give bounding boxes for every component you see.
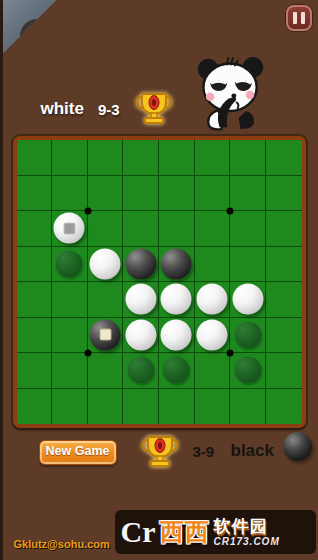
board-cell-a5[interactable]: [17, 282, 53, 318]
board-cell-c7[interactable]: [88, 353, 124, 389]
white-score-bar: white 9-3 0: [41, 90, 172, 128]
last-move-marker: [63, 222, 75, 234]
board-cell-h1[interactable]: [266, 140, 302, 176]
last-move-marker: [99, 329, 111, 341]
board-cell-f4[interactable]: [195, 247, 231, 283]
watermark-cr-logo: Cr: [121, 517, 156, 547]
board-cell-e7[interactable]: [159, 353, 195, 389]
board-cell-a6[interactable]: [17, 318, 53, 354]
watermark-ruanjianyuan-text: 软件园: [213, 518, 279, 535]
board-cell-d3[interactable]: [123, 211, 159, 247]
board-cell-d6[interactable]: [123, 318, 159, 354]
star-point: [84, 208, 91, 215]
board-cell-a2[interactable]: [17, 176, 53, 212]
board-cell-b1[interactable]: [52, 140, 88, 176]
board-cell-c1[interactable]: [88, 140, 124, 176]
board-cell-b4[interactable]: [52, 247, 88, 283]
pause-icon: [293, 12, 297, 24]
star-point: [227, 208, 234, 215]
board-cell-h6[interactable]: [266, 318, 302, 354]
board-cell-f5[interactable]: [195, 282, 231, 318]
board-cell-f2[interactable]: [195, 176, 231, 212]
board-cell-c3[interactable]: [88, 211, 124, 247]
star-point: [227, 350, 234, 357]
board-cell-e1[interactable]: [159, 140, 195, 176]
board-cell-h8[interactable]: [266, 389, 302, 425]
board-cell-a1[interactable]: [17, 140, 53, 176]
board-cell-g3[interactable]: [230, 211, 266, 247]
white-stone: [232, 284, 263, 315]
board-cell-d2[interactable]: [123, 176, 159, 212]
white-stone: [196, 284, 227, 315]
board-cell-e3[interactable]: [159, 211, 195, 247]
board-cell-f7[interactable]: [195, 353, 231, 389]
legal-move-hint[interactable]: [127, 357, 154, 384]
black-stone: [161, 248, 192, 279]
board-cell-d5[interactable]: [123, 282, 159, 318]
game-board: [13, 136, 306, 428]
board-cell-a3[interactable]: [17, 211, 53, 247]
white-stone: [196, 319, 227, 350]
board-cell-h3[interactable]: [266, 211, 302, 247]
board-cell-f8[interactable]: [195, 389, 231, 425]
author-credit: Gklutz@sohu.com: [14, 538, 110, 550]
board-cell-a7[interactable]: [17, 353, 53, 389]
star-point: [84, 350, 91, 357]
board-cell-b2[interactable]: [52, 176, 88, 212]
board-cell-c5[interactable]: [88, 282, 124, 318]
board-cell-a4[interactable]: [17, 247, 53, 283]
board-cell-f6[interactable]: [195, 318, 231, 354]
board-cell-c4[interactable]: [88, 247, 124, 283]
board-cell-e2[interactable]: [159, 176, 195, 212]
board-cell-g8[interactable]: [230, 389, 266, 425]
pause-icon: [301, 12, 305, 24]
board-cell-g6[interactable]: [230, 318, 266, 354]
legal-move-hint[interactable]: [234, 357, 261, 384]
board-cell-e8[interactable]: [159, 389, 195, 425]
board-cell-g5[interactable]: [230, 282, 266, 318]
site-watermark: Cr 西西 软件园 CR173.COM: [115, 510, 316, 554]
corner-ring-icon: [20, 19, 54, 53]
board-cell-b7[interactable]: [52, 353, 88, 389]
white-stone: [161, 284, 192, 315]
black-player-stone: [283, 432, 312, 461]
legal-move-hint[interactable]: [163, 357, 190, 384]
board-cell-d1[interactable]: [123, 140, 159, 176]
pause-button[interactable]: [286, 5, 312, 31]
white-stone: [125, 319, 156, 350]
board-cell-b8[interactable]: [52, 389, 88, 425]
board-cell-h7[interactable]: [266, 353, 302, 389]
white-stone: [125, 284, 156, 315]
board-cell-a8[interactable]: [17, 389, 53, 425]
white-score: 9-3: [98, 101, 120, 118]
board-cell-d7[interactable]: [123, 353, 159, 389]
board-cell-f1[interactable]: [195, 140, 231, 176]
board-cell-b5[interactable]: [52, 282, 88, 318]
legal-move-hint[interactable]: [56, 250, 83, 277]
board-cell-f3[interactable]: [195, 211, 231, 247]
watermark-domain-text: CR173.COM: [213, 537, 279, 547]
board-cell-e5[interactable]: [159, 282, 195, 318]
panda-avatar-icon: [193, 55, 269, 131]
game-screen: white 9-3 0: [3, 0, 318, 560]
board-cell-h4[interactable]: [266, 247, 302, 283]
white-trophy-icon: 0: [136, 90, 172, 128]
board-cell-g4[interactable]: [230, 247, 266, 283]
board-cell-g2[interactable]: [230, 176, 266, 212]
watermark-xixi-text: 西西: [159, 516, 209, 548]
board-cell-h5[interactable]: [266, 282, 302, 318]
board-cell-b6[interactable]: [52, 318, 88, 354]
legal-move-hint[interactable]: [234, 321, 261, 348]
board-cell-g1[interactable]: [230, 140, 266, 176]
black-player-label: black: [231, 441, 274, 461]
board-cell-d8[interactable]: [123, 389, 159, 425]
board-cell-c6[interactable]: [88, 318, 124, 354]
white-stone: [90, 248, 121, 279]
board-cell-b3[interactable]: [52, 211, 88, 247]
board-cell-e6[interactable]: [159, 318, 195, 354]
white-stone: [54, 213, 85, 244]
game-board-grid: [17, 140, 302, 424]
black-score: 3-9: [193, 443, 215, 460]
board-cell-g7[interactable]: [230, 353, 266, 389]
new-game-button[interactable]: New Game: [39, 440, 117, 465]
black-stone: [90, 319, 121, 350]
white-stone: [161, 319, 192, 350]
corner-decoration: [3, 0, 57, 54]
white-player-label: white: [41, 99, 84, 119]
black-stone: [125, 248, 156, 279]
board-cell-h2[interactable]: [266, 176, 302, 212]
board-cell-c8[interactable]: [88, 389, 124, 425]
board-cell-e4[interactable]: [159, 247, 195, 283]
black-trophy-icon: [142, 433, 178, 471]
board-cell-c2[interactable]: [88, 176, 124, 212]
board-cell-d4[interactable]: [123, 247, 159, 283]
